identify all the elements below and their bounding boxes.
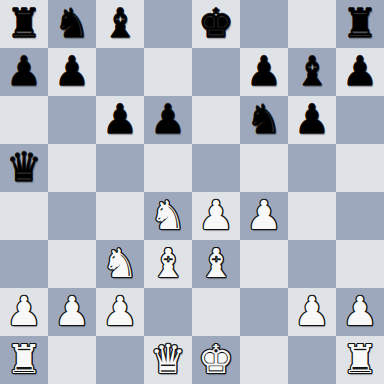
black-pawn[interactable]: ♟: [294, 95, 330, 143]
black-pawn[interactable]: ♟: [246, 47, 282, 95]
square-g4[interactable]: [288, 192, 336, 240]
square-f6[interactable]: ♞: [240, 96, 288, 144]
square-f5[interactable]: [240, 144, 288, 192]
white-rook[interactable]: ♜: [342, 335, 378, 383]
square-f8[interactable]: [240, 0, 288, 48]
white-bishop[interactable]: ♝: [150, 239, 186, 287]
black-pawn[interactable]: ♟: [342, 47, 378, 95]
square-d7[interactable]: [144, 48, 192, 96]
square-g5[interactable]: [288, 144, 336, 192]
square-f7[interactable]: ♟: [240, 48, 288, 96]
white-rook[interactable]: ♜: [6, 335, 42, 383]
square-d5[interactable]: [144, 144, 192, 192]
white-pawn[interactable]: ♟: [102, 287, 138, 335]
square-g6[interactable]: ♟: [288, 96, 336, 144]
square-b6[interactable]: [48, 96, 96, 144]
square-b2[interactable]: ♟: [48, 288, 96, 336]
square-a5[interactable]: ♛: [0, 144, 48, 192]
black-bishop[interactable]: ♝: [102, 0, 138, 47]
white-queen[interactable]: ♛: [150, 335, 186, 383]
square-e2[interactable]: [192, 288, 240, 336]
white-pawn[interactable]: ♟: [198, 191, 234, 239]
square-a7[interactable]: ♟: [0, 48, 48, 96]
square-e5[interactable]: [192, 144, 240, 192]
black-pawn[interactable]: ♟: [150, 95, 186, 143]
black-knight[interactable]: ♞: [54, 0, 90, 47]
square-a1[interactable]: ♜: [0, 336, 48, 384]
square-h1[interactable]: ♜: [336, 336, 384, 384]
square-a4[interactable]: [0, 192, 48, 240]
white-pawn[interactable]: ♟: [6, 287, 42, 335]
chess-board: ♜♞♝♚♜♟♟♟♝♟♟♟♞♟♛♞♟♟♞♝♝♟♟♟♟♟♜♛♚♜: [0, 0, 384, 384]
square-b4[interactable]: [48, 192, 96, 240]
square-f2[interactable]: [240, 288, 288, 336]
square-e1[interactable]: ♚: [192, 336, 240, 384]
square-f4[interactable]: ♟: [240, 192, 288, 240]
black-queen[interactable]: ♛: [6, 143, 42, 191]
white-king[interactable]: ♚: [198, 335, 234, 383]
square-d2[interactable]: [144, 288, 192, 336]
square-b3[interactable]: [48, 240, 96, 288]
square-b5[interactable]: [48, 144, 96, 192]
square-d1[interactable]: ♛: [144, 336, 192, 384]
square-g2[interactable]: ♟: [288, 288, 336, 336]
black-rook[interactable]: ♜: [342, 0, 378, 47]
white-pawn[interactable]: ♟: [246, 191, 282, 239]
square-c7[interactable]: [96, 48, 144, 96]
white-pawn[interactable]: ♟: [294, 287, 330, 335]
square-d4[interactable]: ♞: [144, 192, 192, 240]
square-f1[interactable]: [240, 336, 288, 384]
square-c6[interactable]: ♟: [96, 96, 144, 144]
square-h2[interactable]: ♟: [336, 288, 384, 336]
square-a2[interactable]: ♟: [0, 288, 48, 336]
square-c4[interactable]: [96, 192, 144, 240]
square-e8[interactable]: ♚: [192, 0, 240, 48]
square-h5[interactable]: [336, 144, 384, 192]
black-pawn[interactable]: ♟: [102, 95, 138, 143]
square-h3[interactable]: [336, 240, 384, 288]
square-g7[interactable]: ♝: [288, 48, 336, 96]
square-a6[interactable]: [0, 96, 48, 144]
square-h6[interactable]: [336, 96, 384, 144]
black-knight[interactable]: ♞: [246, 95, 282, 143]
square-g1[interactable]: [288, 336, 336, 384]
square-d6[interactable]: ♟: [144, 96, 192, 144]
square-h8[interactable]: ♜: [336, 0, 384, 48]
white-pawn[interactable]: ♟: [342, 287, 378, 335]
square-c8[interactable]: ♝: [96, 0, 144, 48]
square-c5[interactable]: [96, 144, 144, 192]
square-c2[interactable]: ♟: [96, 288, 144, 336]
black-pawn[interactable]: ♟: [6, 47, 42, 95]
square-c1[interactable]: [96, 336, 144, 384]
square-g3[interactable]: [288, 240, 336, 288]
square-d3[interactable]: ♝: [144, 240, 192, 288]
square-h4[interactable]: [336, 192, 384, 240]
black-king[interactable]: ♚: [198, 0, 234, 47]
square-e7[interactable]: [192, 48, 240, 96]
square-a8[interactable]: ♜: [0, 0, 48, 48]
black-pawn[interactable]: ♟: [54, 47, 90, 95]
white-bishop[interactable]: ♝: [198, 239, 234, 287]
square-b8[interactable]: ♞: [48, 0, 96, 48]
black-rook[interactable]: ♜: [6, 0, 42, 47]
white-knight[interactable]: ♞: [102, 239, 138, 287]
square-e6[interactable]: [192, 96, 240, 144]
square-d8[interactable]: [144, 0, 192, 48]
square-b7[interactable]: ♟: [48, 48, 96, 96]
white-knight[interactable]: ♞: [150, 191, 186, 239]
square-a3[interactable]: [0, 240, 48, 288]
square-f3[interactable]: [240, 240, 288, 288]
white-pawn[interactable]: ♟: [54, 287, 90, 335]
black-bishop[interactable]: ♝: [294, 47, 330, 95]
square-h7[interactable]: ♟: [336, 48, 384, 96]
square-c3[interactable]: ♞: [96, 240, 144, 288]
square-e3[interactable]: ♝: [192, 240, 240, 288]
square-g8[interactable]: [288, 0, 336, 48]
square-e4[interactable]: ♟: [192, 192, 240, 240]
square-b1[interactable]: [48, 336, 96, 384]
